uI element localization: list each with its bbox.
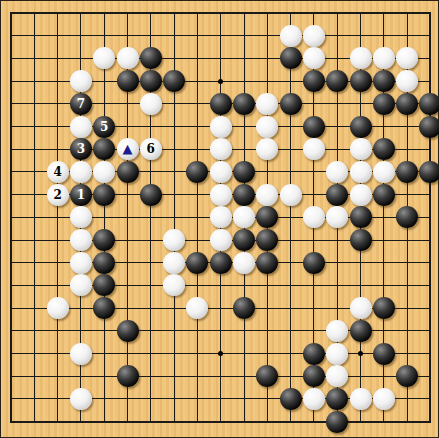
- white-stone[interactable]: [163, 252, 185, 274]
- black-stone[interactable]: [350, 229, 372, 251]
- white-stone[interactable]: [256, 184, 278, 206]
- white-stone[interactable]: [163, 229, 185, 251]
- black-stone[interactable]: [233, 229, 255, 251]
- black-stone[interactable]: [233, 184, 255, 206]
- white-stone[interactable]: [350, 388, 372, 410]
- white-stone[interactable]: [326, 343, 348, 365]
- white-stone[interactable]: [210, 161, 232, 183]
- white-stone[interactable]: [233, 252, 255, 274]
- white-stone[interactable]: [140, 93, 162, 115]
- black-stone[interactable]: [93, 184, 115, 206]
- black-stone[interactable]: [373, 93, 395, 115]
- white-stone[interactable]: [47, 297, 69, 319]
- black-stone[interactable]: [163, 70, 185, 92]
- black-stone[interactable]: [93, 297, 115, 319]
- white-stone[interactable]: [350, 138, 372, 160]
- white-stone[interactable]: [186, 297, 208, 319]
- black-stone[interactable]: [303, 252, 325, 274]
- white-stone[interactable]: [326, 320, 348, 342]
- black-stone[interactable]: [419, 93, 439, 115]
- black-stone[interactable]: [350, 116, 372, 138]
- white-stone[interactable]: [210, 184, 232, 206]
- black-stone[interactable]: [210, 93, 232, 115]
- black-stone[interactable]: [303, 116, 325, 138]
- black-stone[interactable]: [396, 206, 418, 228]
- black-stone[interactable]: [117, 320, 139, 342]
- white-stone[interactable]: [163, 274, 185, 296]
- white-stone[interactable]: [256, 138, 278, 160]
- white-stone[interactable]: [70, 70, 92, 92]
- black-stone[interactable]: [350, 206, 372, 228]
- white-stone[interactable]: [280, 25, 302, 47]
- white-stone[interactable]: [70, 274, 92, 296]
- black-stone[interactable]: 3: [70, 138, 92, 160]
- black-stone[interactable]: [93, 138, 115, 160]
- white-stone[interactable]: [280, 184, 302, 206]
- white-stone[interactable]: [326, 365, 348, 387]
- star-point: [358, 351, 363, 356]
- black-stone[interactable]: [117, 70, 139, 92]
- black-stone[interactable]: 5: [93, 116, 115, 138]
- white-stone[interactable]: [210, 229, 232, 251]
- star-point: [218, 351, 223, 356]
- white-stone[interactable]: [373, 388, 395, 410]
- black-stone[interactable]: [350, 320, 372, 342]
- black-stone[interactable]: [280, 388, 302, 410]
- black-stone[interactable]: [280, 93, 302, 115]
- white-stone[interactable]: [373, 47, 395, 69]
- white-stone[interactable]: [233, 206, 255, 228]
- black-stone[interactable]: [396, 365, 418, 387]
- black-stone[interactable]: [303, 70, 325, 92]
- black-stone[interactable]: [396, 93, 418, 115]
- white-stone[interactable]: [256, 93, 278, 115]
- black-stone[interactable]: [373, 297, 395, 319]
- grid-line-horizontal: [10, 376, 431, 377]
- move-number-label: 3: [77, 143, 85, 155]
- white-stone[interactable]: [303, 138, 325, 160]
- black-stone[interactable]: [256, 206, 278, 228]
- black-stone[interactable]: [256, 365, 278, 387]
- black-stone[interactable]: [326, 184, 348, 206]
- white-stone[interactable]: [210, 206, 232, 228]
- black-stone[interactable]: 7: [70, 93, 92, 115]
- black-stone[interactable]: [326, 388, 348, 410]
- grid-line-vertical: [429, 12, 431, 423]
- white-stone[interactable]: 6: [140, 138, 162, 160]
- white-stone[interactable]: [70, 343, 92, 365]
- white-stone[interactable]: [350, 161, 372, 183]
- black-stone[interactable]: [303, 365, 325, 387]
- white-stone[interactable]: [396, 47, 418, 69]
- white-stone[interactable]: [350, 47, 372, 69]
- black-stone[interactable]: [233, 93, 255, 115]
- move-number-label: 5: [100, 121, 108, 133]
- black-stone[interactable]: [396, 161, 418, 183]
- black-stone[interactable]: [233, 297, 255, 319]
- white-stone[interactable]: ▲: [117, 138, 139, 160]
- white-stone[interactable]: [350, 297, 372, 319]
- black-stone[interactable]: [117, 365, 139, 387]
- black-stone[interactable]: [93, 252, 115, 274]
- go-board[interactable]: 753▲6421: [0, 0, 439, 438]
- move-number-label: 2: [53, 189, 61, 201]
- black-stone[interactable]: [326, 411, 348, 433]
- black-stone[interactable]: [303, 343, 325, 365]
- white-stone[interactable]: [70, 161, 92, 183]
- white-stone[interactable]: [70, 252, 92, 274]
- black-stone[interactable]: [373, 343, 395, 365]
- black-stone[interactable]: [256, 229, 278, 251]
- black-stone[interactable]: [186, 161, 208, 183]
- white-stone[interactable]: [93, 161, 115, 183]
- black-stone[interactable]: [373, 138, 395, 160]
- white-stone[interactable]: [210, 138, 232, 160]
- white-stone[interactable]: [256, 116, 278, 138]
- grid-line-vertical: [290, 12, 291, 423]
- white-stone[interactable]: [396, 70, 418, 92]
- black-stone[interactable]: [419, 161, 439, 183]
- black-stone[interactable]: [140, 70, 162, 92]
- white-stone[interactable]: [210, 116, 232, 138]
- black-stone[interactable]: [280, 47, 302, 69]
- black-stone[interactable]: [186, 252, 208, 274]
- black-stone[interactable]: [373, 184, 395, 206]
- black-stone[interactable]: [140, 47, 162, 69]
- black-stone[interactable]: [210, 252, 232, 274]
- white-stone[interactable]: [303, 388, 325, 410]
- white-stone[interactable]: [70, 206, 92, 228]
- white-stone[interactable]: [350, 184, 372, 206]
- move-number-label: 6: [147, 143, 155, 155]
- grid-line-horizontal: [10, 421, 431, 423]
- move-number-label: 4: [53, 166, 61, 178]
- black-stone[interactable]: [256, 252, 278, 274]
- black-stone[interactable]: [93, 274, 115, 296]
- white-stone[interactable]: [303, 206, 325, 228]
- white-stone[interactable]: [70, 116, 92, 138]
- black-stone[interactable]: [93, 229, 115, 251]
- black-stone[interactable]: [117, 161, 139, 183]
- white-stone[interactable]: [93, 47, 115, 69]
- white-stone[interactable]: 4: [47, 161, 69, 183]
- black-stone[interactable]: [326, 70, 348, 92]
- black-stone[interactable]: [140, 184, 162, 206]
- white-stone[interactable]: [326, 206, 348, 228]
- black-stone[interactable]: 1: [70, 184, 92, 206]
- white-stone[interactable]: [303, 47, 325, 69]
- white-stone[interactable]: [373, 161, 395, 183]
- triangle-marker: ▲: [123, 142, 133, 155]
- white-stone[interactable]: [326, 161, 348, 183]
- white-stone[interactable]: [70, 388, 92, 410]
- white-stone[interactable]: 2: [47, 184, 69, 206]
- black-stone[interactable]: [419, 116, 439, 138]
- star-point: [218, 79, 223, 84]
- black-stone[interactable]: [350, 70, 372, 92]
- white-stone[interactable]: [303, 25, 325, 47]
- white-stone[interactable]: [117, 47, 139, 69]
- black-stone[interactable]: [373, 70, 395, 92]
- move-number-label: 7: [77, 98, 85, 110]
- move-number-label: 1: [77, 189, 85, 201]
- black-stone[interactable]: [233, 161, 255, 183]
- white-stone[interactable]: [70, 229, 92, 251]
